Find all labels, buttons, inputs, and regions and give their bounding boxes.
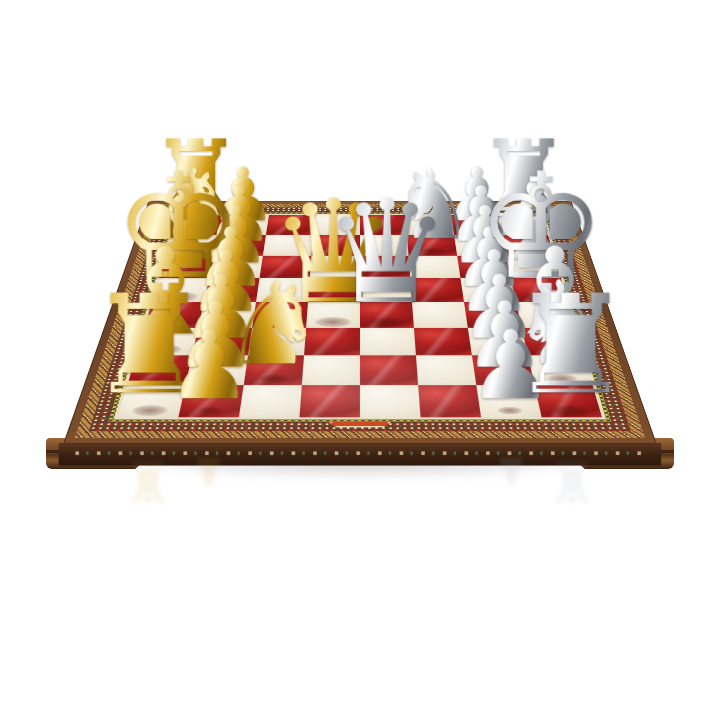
chess-board: ♜♟♟♜♞♟♞♟♝♟♟♝♚♟♟♚♟♛♛♟♝♟♟♝♟♞♟♞♜♟♟♜ bbox=[65, 201, 656, 443]
pieces-layer: ♜♟♟♜♞♟♞♟♝♟♟♝♚♟♟♚♟♛♛♟♝♟♟♝♟♞♟♞♜♟♟♜ bbox=[65, 201, 656, 443]
silver-R-glyph: ♜ bbox=[509, 276, 632, 413]
board-side-edge bbox=[59, 443, 662, 466]
silver-Q-glyph: ♛ bbox=[323, 182, 451, 324]
board-scene: ♜♟♟♜♞♟♞♟♝♟♟♝♚♟♟♚♟♛♛♟♝♟♟♝♟♞♟♞♜♟♟♜ bbox=[114, 56, 606, 548]
product-photo: ♜♟♟♜♞♟♞♟♝♟♟♝♚♟♟♚♟♛♛♟♝♟♟♝♟♞♟♞♜♟♟♜ ♜♟♟♜ bbox=[0, 0, 720, 720]
gold-P-glyph: ♟ bbox=[167, 318, 252, 413]
